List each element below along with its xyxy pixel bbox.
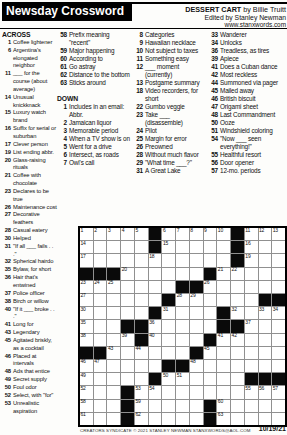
grid-cell[interactable] [259,254,272,266]
grid-cell[interactable] [190,334,203,346]
clue-text: Something easy [145,55,206,63]
grid-cell[interactable] [94,241,107,253]
clue-number: 55 [208,151,218,159]
clue-across-23: 23Declares to be true [2,188,57,204]
clue-down-31: 31A Great Lake [133,167,206,175]
grid-cell[interactable] [204,320,217,332]
grid-cell[interactable] [272,320,285,332]
clue-down-3: 3Memorable period [57,127,132,135]
grid-cell[interactable] [107,400,120,412]
grid-cell[interactable]: 37 [245,320,258,332]
cell-number: 41 [218,333,223,339]
cell-number: 60 [218,399,223,405]
clue-across-48: 48Ads that entice [2,368,57,376]
grid-cell[interactable] [94,254,107,266]
clue-text: Bylaw, for short [13,266,57,274]
grid-cell[interactable] [135,268,148,280]
clue-number: 36 [2,274,11,290]
cell-number: 38 [81,333,86,339]
grid-cell[interactable]: 44 [135,347,148,359]
grid-cell[interactable]: 4 [121,228,134,240]
grid-cell-black [272,373,285,385]
grid-cell[interactable] [162,254,175,266]
grid-cell[interactable] [135,241,148,253]
grid-cell[interactable] [231,386,244,398]
grid-cell[interactable] [121,254,134,266]
grid-cell[interactable] [190,241,203,253]
grid-cell[interactable] [94,400,107,412]
grid-cell[interactable] [204,294,217,306]
grid-cell[interactable] [107,294,120,306]
grid-cell[interactable] [107,373,120,385]
grid-cell[interactable]: 11 [245,228,258,240]
grid-cell-black [80,268,93,280]
clue-text: "What time ___?" [145,159,206,167]
grid-cell[interactable] [245,307,258,319]
grid-cell[interactable] [204,386,217,398]
grid-cell[interactable] [121,373,134,385]
grid-cell[interactable] [176,241,189,253]
cell-number: 28 [177,293,182,299]
clue-text: Decorative feathers [13,211,57,227]
clue-number: 51 [208,127,218,135]
grid-cell[interactable] [176,307,189,319]
grid-cell[interactable]: 3 [107,228,120,240]
clue-text: Spherical hairdo [13,258,57,266]
cell-number: 63 [218,412,223,418]
grid-cell[interactable]: 59 [135,400,148,412]
grid-cell[interactable]: 23 [80,281,93,293]
grid-cell[interactable]: 53 [135,386,148,398]
grid-cell[interactable] [272,400,285,412]
grid-cell[interactable] [272,281,285,293]
grid-cell[interactable]: 21 [217,268,230,280]
grid-cell[interactable]: 35 [80,320,93,332]
clue-text: Hair that's entwined [13,274,57,290]
clue-text: Coffee lightener [13,39,57,47]
clue-text: Wanderer [220,31,286,39]
clue-across-41: 41Long for [2,321,57,329]
clue-number: 18 [133,87,143,103]
grid-cell[interactable]: 31 [162,307,175,319]
grid-cell[interactable] [272,241,285,253]
grid-cell[interactable]: 39 [121,334,134,346]
clue-across-37: 37Police officer [2,290,57,298]
grid-cell[interactable]: 40 [149,334,162,346]
grid-cell[interactable] [162,320,175,332]
grid-cell[interactable] [245,281,258,293]
grid-cell[interactable]: 61 [80,413,93,425]
grid-cell[interactable] [217,254,230,266]
grid-cell[interactable] [272,347,285,359]
grid-cell[interactable] [231,360,244,372]
grid-cell[interactable]: 22 [231,268,244,280]
cell-number: 46 [81,359,86,365]
grid-cell[interactable] [107,334,120,346]
grid-cell[interactable] [231,294,244,306]
grid-cell[interactable] [259,347,272,359]
grid-cell[interactable] [176,413,189,425]
grid-cell[interactable] [162,268,175,280]
grid-cell[interactable] [217,241,230,253]
grid-cell[interactable] [121,347,134,359]
grid-cell[interactable] [231,400,244,412]
grid-cell[interactable] [107,413,120,425]
clue-text: Secret supply [13,376,57,384]
cell-number: 26 [204,280,209,286]
cell-number: 62 [135,412,140,418]
grid-cell[interactable]: 1 [80,228,93,240]
grid-cell[interactable]: 62 [135,413,148,425]
clue-across-58: 58Prefix meaning "recent" [57,31,132,47]
grid-cell[interactable] [190,320,203,332]
grid-cell-black [80,347,93,359]
grid-cell[interactable]: 18 [149,254,162,266]
grid-cell[interactable] [107,360,120,372]
grid-cell[interactable] [176,400,189,412]
grid-cell[interactable] [107,307,120,319]
grid-cell[interactable] [217,347,230,359]
grid-cell[interactable] [176,320,189,332]
grid-cell[interactable] [272,360,285,372]
grid-cell[interactable]: 63 [217,413,230,425]
grid-cell[interactable]: 20 [121,268,134,280]
grid-cell[interactable] [204,307,217,319]
grid-cell[interactable] [121,294,134,306]
clue-across-36: 36Hair that's entwined [2,274,57,290]
grid-cell[interactable]: 57 [272,386,285,398]
grid-cell[interactable]: 34 [272,307,285,319]
grid-cell[interactable]: 33 [259,307,272,319]
grid-cell[interactable] [245,360,258,372]
grid-cell[interactable] [272,334,285,346]
grid-cell[interactable] [259,320,272,332]
cell-number: 43 [108,346,113,352]
grid-cell[interactable] [94,413,107,425]
grid-cell[interactable] [259,241,272,253]
grid-cell[interactable]: 47 [94,360,107,372]
cell-number: 24 [94,280,99,286]
grid-cell[interactable]: 46 [80,360,93,372]
clue-number: 6 [57,151,67,159]
clue-text: Birch or willow [13,298,57,306]
grid-cell[interactable] [176,347,189,359]
clue-column-3: 8Categories9Hawaiian necklace10Not subje… [133,31,206,175]
grid-cell[interactable] [176,334,189,346]
grid-cell[interactable] [190,386,203,398]
grid-cell[interactable] [149,347,162,359]
grid-cell[interactable]: 60 [217,400,230,412]
clue-down-6: 6Intersect, as roads [57,151,132,159]
clue-across-53: 53Unrealistic aspiration [2,400,57,416]
clue-down-4: 4When a TV show is on [57,135,132,143]
grid-cell[interactable]: 12 [259,228,272,240]
grid-cell[interactable]: 6 [162,228,175,240]
grid-cell[interactable] [162,413,175,425]
cell-number: 42 [232,333,237,339]
grid-cell[interactable] [94,320,107,332]
clue-number: 46 [208,95,218,103]
grid-cell[interactable] [107,241,120,253]
grid-cell[interactable] [231,347,244,359]
clue-column-2: 58Prefix meaning "recent"59Major happeni… [57,31,132,167]
clue-text: Does a Cuban dance [220,63,286,71]
grid-cell[interactable] [162,347,175,359]
clue-number: 24 [133,127,143,135]
grid-cell[interactable]: 10 [217,228,230,240]
clue-number: 40 [2,306,11,322]
grid-cell[interactable] [204,241,217,253]
grid-cell[interactable] [162,386,175,398]
clue-across-30: 30Helped [2,235,57,243]
clue-down-2: 2Jamaican liquor [57,119,132,127]
grid-cell[interactable] [259,334,272,346]
grid-cell[interactable] [259,413,272,425]
clue-down-9: 9Hawaiian necklace [133,39,206,47]
grid-cell[interactable] [162,400,175,412]
grid-cell[interactable] [272,413,285,425]
grid-cell[interactable]: 52 [80,386,93,398]
grid-cell[interactable]: 51 [176,373,189,385]
clue-across-61: 61Go astray [57,63,132,71]
grid-cell[interactable] [272,254,285,266]
cell-number: 61 [81,412,86,418]
grid-cell[interactable] [94,294,107,306]
cell-number: 45 [204,346,209,352]
grid-cell[interactable] [272,268,285,280]
cell-number: 25 [108,280,113,286]
grid-cell[interactable] [149,294,162,306]
grid-cell[interactable] [245,347,258,359]
cell-number: 3 [108,228,111,234]
clue-across-63: 63Sticks around [57,79,132,87]
grid-cell[interactable] [245,268,258,280]
cell-number: 54 [149,386,154,392]
clue-across-6: 6Argentina's elongated neighbor [2,47,57,71]
clue-number: 11 [2,70,11,94]
grid-cell[interactable] [94,386,107,398]
grid-cell-black [272,294,285,306]
grid-cell[interactable]: 41 [217,334,230,346]
cell-number: 10 [218,228,223,234]
grid-cell[interactable] [231,413,244,425]
grid-cell[interactable]: 48 [190,360,203,372]
grid-cell[interactable] [107,320,120,332]
grid-cell[interactable] [149,268,162,280]
grid-cell[interactable] [245,334,258,346]
grid-cell[interactable]: 25 [107,281,120,293]
grid-cell[interactable]: 8 [190,228,203,240]
grid-cell[interactable]: 17 [80,254,93,266]
grid-cell[interactable]: 2 [94,228,107,240]
clue-number: 63 [57,79,67,87]
grid-cell[interactable] [190,307,203,319]
clue-down-7: 7Owl's call [57,159,132,167]
clue-down-42: 42Most reckless [208,71,286,79]
clue-text: British biscuit [220,95,286,103]
grid-cell[interactable] [135,281,148,293]
grid-cell[interactable] [204,360,217,372]
clue-down-48: 48Last Commandment [208,111,286,119]
grid-cell[interactable] [204,254,217,266]
grid-cell[interactable]: 50 [162,373,175,385]
cell-number: 19 [245,254,250,260]
grid-cell[interactable]: 14 [80,241,93,253]
grid-cell-black [121,413,134,425]
grid-cell[interactable] [217,360,230,372]
grid-cell[interactable] [176,254,189,266]
grid-cell[interactable] [231,373,244,385]
clue-text: When a TV show is on [69,135,132,143]
down-clues: 1Includes in an email: Abbr.2Jamaican li… [57,103,132,167]
clue-text: A Great Lake [145,167,206,175]
cell-number: 12 [259,228,264,234]
clue-text: Take ___ (disassemble) [145,111,206,127]
grid-cell[interactable] [259,268,272,280]
clue-down-5: 5Went for a drive [57,143,132,151]
grid-cell[interactable] [176,386,189,398]
grid-cell[interactable]: 55 [245,386,258,398]
grid-cell[interactable] [135,373,148,385]
grid-cell[interactable] [217,386,230,398]
grid-cell-black [121,320,134,332]
clue-down-36: 36Treadless, as tires [208,47,286,55]
newspaper-crossword-page: Newsday Crossword DESSERT CART by Billie… [0,0,287,435]
grid-cell[interactable] [204,373,217,385]
grid-cell[interactable] [94,373,107,385]
clue-number: 46 [2,353,11,369]
clue-number: 49 [2,376,11,384]
clue-down-45: 45Mailed away [208,87,286,95]
grid-cell[interactable] [259,281,272,293]
grid-cell[interactable] [107,386,120,398]
grid-cell[interactable]: 45 [204,347,217,359]
grid-cell[interactable]: 58 [80,400,93,412]
grid-cell[interactable] [149,281,162,293]
grid-cell[interactable] [135,360,148,372]
grid-cell[interactable]: 36 [149,320,162,332]
clue-text: Includes in an email: Abbr. [69,103,132,119]
clue-across-59: 59Major happening [57,47,132,55]
grid-cell[interactable] [107,254,120,266]
grid-cell[interactable]: 30 [80,307,93,319]
clue-across-1: 1Coffee lightener [2,39,57,47]
grid-cell[interactable] [135,307,148,319]
clue-text: According to [69,55,132,63]
grid-cell[interactable] [149,413,162,425]
grid-cell[interactable]: 27 [80,294,93,306]
clue-text: 12-mo. periods [220,167,286,175]
puzzle-byline: by Billie Truitt [241,5,286,14]
clue-number: 2 [57,119,67,127]
grid-cell-black [149,228,162,240]
grid-cell-black [176,281,189,293]
grid-cell[interactable]: 54 [149,386,162,398]
clue-column-1: ACROSS 1Coffee lightener6Argentina's elo… [2,31,57,415]
grid-cell[interactable]: 19 [245,254,258,266]
grid-cell-black [259,294,272,306]
grid-cell[interactable] [231,281,244,293]
clue-down-1: 1Includes in an email: Abbr. [57,103,132,119]
grid-cell[interactable]: 24 [94,281,107,293]
clue-number: 33 [208,31,218,39]
clue-across-38: 38Birch or willow [2,298,57,306]
clue-across-21: 21Coffee with chocolate [2,172,57,188]
cell-number: 21 [218,267,223,273]
cell-number: 8 [190,228,193,234]
grid-cell[interactable] [135,294,148,306]
grid-cell[interactable]: 38 [80,334,93,346]
clue-down-41: 41Does a Cuban dance [208,63,286,71]
grid-cell[interactable]: 28 [176,294,189,306]
grid-cell[interactable] [121,241,134,253]
puzzle-date: 10/19/21 [259,425,286,432]
clue-down-56: 56Door opener [208,159,286,167]
grid-cell[interactable] [245,413,258,425]
grid-cell[interactable] [94,307,107,319]
grid-cell[interactable] [149,400,162,412]
grid-cell[interactable]: 49 [80,373,93,385]
grid-cell[interactable] [259,360,272,372]
grid-cell[interactable]: 32 [231,307,244,319]
grid-cell[interactable] [162,281,175,293]
clue-number: 28 [133,151,143,159]
grid-cell[interactable]: 29 [190,294,203,306]
grid-cell[interactable] [190,413,203,425]
clue-text: Unrealistic aspiration [13,400,57,416]
grid-cell-black [231,228,244,240]
grid-cell[interactable] [190,268,203,280]
grid-cell[interactable] [121,307,134,319]
grid-cell[interactable] [135,254,148,266]
grid-cell[interactable]: 56 [259,386,272,398]
clue-number: 38 [2,298,11,306]
grid-cell[interactable] [121,281,134,293]
clue-text: "If all ___ fails . . ." [13,243,57,259]
grid-cell[interactable] [217,294,230,306]
grid-cell[interactable]: 9 [204,228,217,240]
clue-down-12: 12___ moment (currently) [133,63,206,79]
clue-text: Foul odor [13,384,57,392]
grid-cell[interactable] [94,334,107,346]
grid-cell[interactable]: 43 [107,347,120,359]
grid-cell[interactable] [217,281,230,293]
grid-cell[interactable]: 5 [135,228,148,240]
clue-number: 47 [208,103,218,111]
grid-cell[interactable] [217,373,230,385]
grid-cell[interactable]: 16 [245,241,258,253]
clue-across-31: 31"If all ___ fails . . ." [2,243,57,259]
clue-number: 56 [208,159,218,167]
grid-cell[interactable]: 7 [176,228,189,240]
grid-cell[interactable] [190,254,203,266]
grid-cell[interactable]: 15 [162,241,175,253]
grid-cell[interactable] [259,400,272,412]
grid-cell[interactable]: 26 [204,281,217,293]
grid-cell[interactable] [190,373,203,385]
grid-cell[interactable] [162,334,175,346]
cell-number: 9 [204,228,207,234]
grid-cell[interactable]: 42 [231,334,244,346]
grid-cell[interactable] [176,268,189,280]
grid-cell[interactable]: 13 [272,228,285,240]
grid-cell-black [135,334,148,346]
grid-cell[interactable] [245,294,258,306]
grid-cell[interactable] [121,360,134,372]
grid-cell[interactable] [190,400,203,412]
grid-cell[interactable] [245,400,258,412]
grid-cell[interactable] [149,360,162,372]
